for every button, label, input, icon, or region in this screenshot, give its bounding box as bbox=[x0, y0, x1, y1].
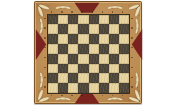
square-r8-c4[interactable] bbox=[78, 83, 88, 93]
square-r2-c4[interactable] bbox=[78, 24, 88, 34]
red-triangle-bottom bbox=[74, 94, 99, 104]
square-r1-c4[interactable] bbox=[78, 15, 88, 25]
square-r5-c5[interactable] bbox=[89, 54, 99, 64]
coordinate-mark bbox=[71, 11, 72, 12]
square-r5-c6[interactable] bbox=[99, 54, 109, 64]
square-r5-c8[interactable] bbox=[119, 54, 129, 64]
square-r3-c4[interactable] bbox=[78, 34, 88, 44]
square-r4-c6[interactable] bbox=[99, 44, 109, 54]
coordinate-mark bbox=[44, 27, 45, 28]
edge-inlay-right-lower bbox=[135, 72, 139, 88]
square-r4-c2[interactable] bbox=[58, 44, 68, 54]
square-r2-c5[interactable] bbox=[89, 24, 99, 34]
coordinate-mark bbox=[44, 37, 45, 38]
photo-background bbox=[0, 0, 175, 105]
square-r4-c5[interactable] bbox=[89, 44, 99, 54]
square-r1-c8[interactable] bbox=[119, 15, 129, 25]
square-r2-c6[interactable] bbox=[99, 24, 109, 34]
square-r8-c1[interactable] bbox=[48, 83, 58, 93]
square-r7-c4[interactable] bbox=[78, 73, 88, 83]
square-r8-c2[interactable] bbox=[58, 83, 68, 93]
square-r2-c3[interactable] bbox=[68, 24, 78, 34]
square-r7-c2[interactable] bbox=[58, 73, 68, 83]
square-r1-c1[interactable] bbox=[48, 15, 58, 25]
chessboard bbox=[34, 1, 142, 104]
square-r1-c7[interactable] bbox=[109, 15, 119, 25]
square-r7-c8[interactable] bbox=[119, 73, 129, 83]
square-r3-c6[interactable] bbox=[99, 34, 109, 44]
edge-inlay-bottom-left bbox=[55, 97, 71, 101]
square-r4-c7[interactable] bbox=[109, 44, 119, 54]
coordinate-mark bbox=[92, 11, 93, 12]
square-r1-c3[interactable] bbox=[68, 15, 78, 25]
red-triangle-top bbox=[74, 3, 99, 13]
coordinate-mark bbox=[131, 27, 132, 28]
edge-inlay-top-left bbox=[55, 6, 71, 10]
square-r2-c2[interactable] bbox=[58, 24, 68, 34]
square-r8-c7[interactable] bbox=[109, 83, 119, 93]
square-r6-c4[interactable] bbox=[78, 64, 88, 74]
edge-inlay-left-lower bbox=[39, 72, 43, 88]
edge-inlay-right-upper bbox=[135, 18, 139, 34]
square-r6-c8[interactable] bbox=[119, 64, 129, 74]
square-r8-c8[interactable] bbox=[119, 83, 129, 93]
square-r4-c4[interactable] bbox=[78, 44, 88, 54]
coordinate-mark bbox=[44, 77, 45, 78]
square-r6-c7[interactable] bbox=[109, 64, 119, 74]
square-r4-c3[interactable] bbox=[68, 44, 78, 54]
square-r3-c3[interactable] bbox=[68, 34, 78, 44]
square-r1-c2[interactable] bbox=[58, 15, 68, 25]
square-r6-c1[interactable] bbox=[48, 64, 58, 74]
square-r8-c3[interactable] bbox=[68, 83, 78, 93]
square-r6-c3[interactable] bbox=[68, 64, 78, 74]
square-r4-c1[interactable] bbox=[48, 44, 58, 54]
square-r6-c6[interactable] bbox=[99, 64, 109, 74]
square-r3-c2[interactable] bbox=[58, 34, 68, 44]
edge-inlay-bottom-right bbox=[107, 97, 123, 101]
coordinate-mark bbox=[61, 11, 62, 12]
coordinate-mark bbox=[44, 86, 45, 87]
square-r7-c6[interactable] bbox=[99, 73, 109, 83]
coordinate-mark bbox=[112, 11, 113, 12]
coordinate-mark bbox=[131, 67, 132, 68]
board-grid bbox=[47, 14, 130, 95]
coordinate-mark bbox=[131, 77, 132, 78]
square-r6-c2[interactable] bbox=[58, 64, 68, 74]
coordinate-mark bbox=[81, 11, 82, 12]
coordinate-mark bbox=[131, 18, 132, 19]
square-r1-c6[interactable] bbox=[99, 15, 109, 25]
square-r2-c1[interactable] bbox=[48, 24, 58, 34]
coordinate-mark bbox=[131, 86, 132, 87]
coordinate-mark bbox=[44, 67, 45, 68]
square-r3-c1[interactable] bbox=[48, 34, 58, 44]
square-r8-c5[interactable] bbox=[89, 83, 99, 93]
square-r7-c5[interactable] bbox=[89, 73, 99, 83]
square-r5-c2[interactable] bbox=[58, 54, 68, 64]
square-r7-c1[interactable] bbox=[48, 73, 58, 83]
edge-inlay-top-right bbox=[107, 6, 123, 10]
square-r5-c7[interactable] bbox=[109, 54, 119, 64]
square-r2-c7[interactable] bbox=[109, 24, 119, 34]
square-r7-c7[interactable] bbox=[109, 73, 119, 83]
edge-inlay-left-upper bbox=[39, 18, 43, 34]
square-r3-c7[interactable] bbox=[109, 34, 119, 44]
coordinate-mark bbox=[102, 11, 103, 12]
square-r6-c5[interactable] bbox=[89, 64, 99, 74]
square-r3-c8[interactable] bbox=[119, 34, 129, 44]
square-r5-c1[interactable] bbox=[48, 54, 58, 64]
square-r8-c6[interactable] bbox=[99, 83, 109, 93]
coordinate-mark bbox=[131, 37, 132, 38]
square-r4-c8[interactable] bbox=[119, 44, 129, 54]
square-r7-c3[interactable] bbox=[68, 73, 78, 83]
red-triangle-right bbox=[131, 29, 141, 60]
square-r5-c4[interactable] bbox=[78, 54, 88, 64]
square-r5-c3[interactable] bbox=[68, 54, 78, 64]
square-r2-c8[interactable] bbox=[119, 24, 129, 34]
coordinate-mark bbox=[44, 18, 45, 19]
square-r1-c5[interactable] bbox=[89, 15, 99, 25]
square-r3-c5[interactable] bbox=[89, 34, 99, 44]
